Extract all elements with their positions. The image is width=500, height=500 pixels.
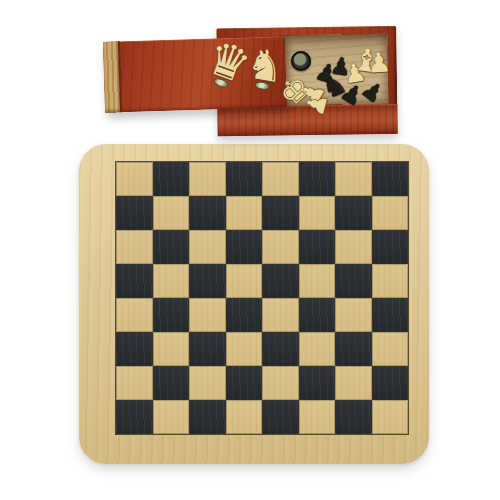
square-c3 xyxy=(189,332,226,366)
square-b3 xyxy=(153,332,190,366)
square-a1 xyxy=(116,400,153,434)
square-f8 xyxy=(299,162,336,196)
square-e3 xyxy=(262,332,299,366)
white-pawn: ♟ xyxy=(366,48,392,77)
white-knight: ♞ xyxy=(243,42,287,90)
square-g1 xyxy=(335,400,372,434)
square-a7 xyxy=(116,196,153,230)
square-h2 xyxy=(372,366,409,400)
square-g5 xyxy=(335,264,372,298)
square-f2 xyxy=(299,366,336,400)
square-d6 xyxy=(226,230,263,264)
square-g4 xyxy=(335,298,372,332)
square-a5 xyxy=(116,264,153,298)
square-d4 xyxy=(226,298,263,332)
square-g2 xyxy=(335,366,372,400)
square-f6 xyxy=(299,230,336,264)
square-g3 xyxy=(335,332,372,366)
square-c1 xyxy=(189,400,226,434)
square-f3 xyxy=(299,332,336,366)
square-c6 xyxy=(189,230,226,264)
square-a4 xyxy=(116,298,153,332)
square-c5 xyxy=(189,264,226,298)
square-b2 xyxy=(153,366,190,400)
square-h1 xyxy=(372,400,409,434)
square-c4 xyxy=(189,298,226,332)
square-e4 xyxy=(262,298,299,332)
square-d1 xyxy=(226,400,263,434)
square-d3 xyxy=(226,332,263,366)
square-b5 xyxy=(153,264,190,298)
square-h6 xyxy=(372,230,409,264)
square-c8 xyxy=(189,162,226,196)
square-e7 xyxy=(262,196,299,230)
square-a6 xyxy=(116,230,153,264)
square-f1 xyxy=(299,400,336,434)
chess-board xyxy=(79,144,429,464)
scene: ♚♟♟♟♞♟♟♝♟♟♟♛♞ xyxy=(0,0,500,500)
square-b7 xyxy=(153,196,190,230)
square-g6 xyxy=(335,230,372,264)
square-b4 xyxy=(153,298,190,332)
square-a8 xyxy=(116,162,153,196)
square-a2 xyxy=(116,366,153,400)
square-e8 xyxy=(262,162,299,196)
square-f5 xyxy=(299,264,336,298)
square-d8 xyxy=(226,162,263,196)
square-h5 xyxy=(372,264,409,298)
square-h4 xyxy=(372,298,409,332)
square-g7 xyxy=(335,196,372,230)
square-g8 xyxy=(335,162,372,196)
square-e1 xyxy=(262,400,299,434)
lid-endcap xyxy=(103,41,122,112)
square-h7 xyxy=(372,196,409,230)
square-f4 xyxy=(299,298,336,332)
square-d5 xyxy=(226,264,263,298)
square-f7 xyxy=(299,196,336,230)
square-a3 xyxy=(116,332,153,366)
square-e2 xyxy=(262,366,299,400)
square-b1 xyxy=(153,400,190,434)
square-e6 xyxy=(262,230,299,264)
square-c7 xyxy=(189,196,226,230)
square-b6 xyxy=(153,230,190,264)
square-h8 xyxy=(372,162,409,196)
square-h3 xyxy=(372,332,409,366)
board-grid xyxy=(115,161,409,435)
square-d7 xyxy=(226,196,263,230)
square-c2 xyxy=(189,366,226,400)
square-d2 xyxy=(226,366,263,400)
square-e5 xyxy=(262,264,299,298)
square-b8 xyxy=(153,162,190,196)
